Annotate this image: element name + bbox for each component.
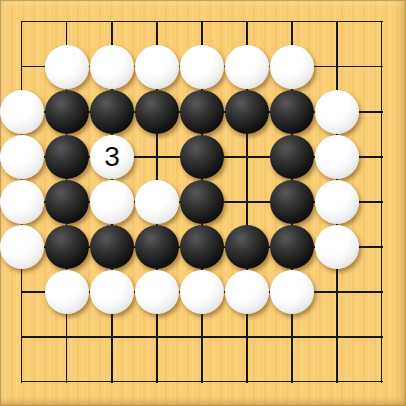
board-cell[interactable] [90, 225, 135, 270]
board-cell[interactable] [0, 225, 45, 270]
board-cell[interactable] [315, 45, 360, 90]
board-cell[interactable] [90, 360, 135, 405]
board-cell[interactable] [135, 90, 180, 135]
board-cell[interactable] [360, 225, 405, 270]
board-cell[interactable] [45, 270, 90, 315]
white-stone [45, 270, 89, 314]
black-stone [270, 180, 314, 224]
board-cell[interactable] [225, 45, 270, 90]
black-stone [45, 90, 89, 134]
board-cell[interactable] [45, 45, 90, 90]
board-cell[interactable] [90, 270, 135, 315]
board-cell[interactable] [45, 90, 90, 135]
board-cell[interactable] [270, 360, 315, 405]
board-cell[interactable] [180, 45, 225, 90]
board-cell[interactable] [90, 180, 135, 225]
board-cell[interactable] [315, 360, 360, 405]
board-cell[interactable] [45, 135, 90, 180]
board-cell[interactable] [0, 135, 45, 180]
board-cell[interactable] [270, 90, 315, 135]
white-stone [135, 270, 179, 314]
board-grid: 3 [0, 0, 405, 405]
board-cell[interactable] [360, 360, 405, 405]
board-cell[interactable] [315, 90, 360, 135]
board-cell[interactable] [135, 135, 180, 180]
black-stone [225, 90, 269, 134]
board-cell[interactable] [315, 270, 360, 315]
board-cell[interactable] [180, 0, 225, 45]
board-cell[interactable] [270, 180, 315, 225]
board-cell[interactable] [45, 315, 90, 360]
board-cell[interactable] [0, 180, 45, 225]
board-cell[interactable] [270, 0, 315, 45]
white-stone [0, 180, 44, 224]
move-number-label: 3 [104, 143, 120, 171]
board-cell[interactable] [0, 90, 45, 135]
black-stone [180, 225, 224, 269]
board-cell[interactable] [180, 135, 225, 180]
black-stone [135, 90, 179, 134]
white-stone: 3 [90, 135, 134, 179]
black-stone [135, 225, 179, 269]
board-cell[interactable] [360, 180, 405, 225]
black-stone [180, 135, 224, 179]
white-stone [0, 90, 44, 134]
board-cell[interactable] [45, 225, 90, 270]
board-cell[interactable] [0, 360, 45, 405]
white-stone [0, 135, 44, 179]
white-stone [315, 180, 359, 224]
board-cell[interactable] [45, 180, 90, 225]
board-cell[interactable] [180, 225, 225, 270]
board-cell[interactable] [360, 270, 405, 315]
black-stone [45, 135, 89, 179]
board-cell[interactable] [90, 90, 135, 135]
board-cell[interactable] [135, 180, 180, 225]
white-stone [90, 45, 134, 89]
board-cell[interactable] [270, 315, 315, 360]
board-cell[interactable] [225, 360, 270, 405]
board-cell[interactable] [315, 135, 360, 180]
white-stone [0, 225, 44, 269]
board-cell[interactable] [360, 315, 405, 360]
board-cell[interactable] [180, 270, 225, 315]
board-cell[interactable] [315, 315, 360, 360]
board-cell[interactable] [225, 225, 270, 270]
board-cell[interactable] [315, 225, 360, 270]
white-stone [315, 225, 359, 269]
white-stone [270, 45, 314, 89]
board-cell[interactable] [360, 90, 405, 135]
board-cell[interactable] [225, 135, 270, 180]
board-cell[interactable] [0, 45, 45, 90]
go-board: 3 [0, 0, 406, 406]
white-stone [90, 270, 134, 314]
board-cell[interactable] [135, 315, 180, 360]
white-stone [315, 90, 359, 134]
board-cell[interactable] [90, 45, 135, 90]
board-cell[interactable] [225, 90, 270, 135]
board-cell[interactable] [360, 135, 405, 180]
black-stone [90, 90, 134, 134]
black-stone [270, 90, 314, 134]
board-cell[interactable] [90, 0, 135, 45]
board-cell[interactable] [135, 225, 180, 270]
board-cell[interactable] [180, 90, 225, 135]
board-cell[interactable] [225, 270, 270, 315]
black-stone [90, 225, 134, 269]
board-cell[interactable] [360, 45, 405, 90]
board-cell[interactable] [225, 315, 270, 360]
board-cell[interactable] [270, 225, 315, 270]
black-stone [270, 225, 314, 269]
white-stone [180, 45, 224, 89]
board-cell[interactable] [135, 0, 180, 45]
board-cell[interactable] [270, 135, 315, 180]
board-cell[interactable] [135, 270, 180, 315]
white-stone [135, 45, 179, 89]
black-stone [45, 225, 89, 269]
board-cell[interactable] [225, 180, 270, 225]
white-stone [270, 270, 314, 314]
board-cell[interactable] [0, 270, 45, 315]
black-stone [180, 90, 224, 134]
white-stone [315, 135, 359, 179]
board-cell[interactable] [315, 180, 360, 225]
white-stone [225, 270, 269, 314]
board-cell[interactable] [45, 0, 90, 45]
black-stone [180, 180, 224, 224]
board-cell[interactable] [135, 45, 180, 90]
board-cell[interactable] [315, 0, 360, 45]
white-stone [90, 180, 134, 224]
white-stone [45, 45, 89, 89]
white-stone [135, 180, 179, 224]
board-cell[interactable] [45, 360, 90, 405]
board-cell[interactable] [360, 0, 405, 45]
board-cell[interactable] [270, 45, 315, 90]
black-stone [225, 225, 269, 269]
board-cell[interactable] [270, 270, 315, 315]
white-stone [225, 45, 269, 89]
black-stone [270, 135, 314, 179]
board-cell[interactable] [225, 0, 270, 45]
black-stone [45, 180, 89, 224]
board-cell[interactable] [0, 0, 45, 45]
board-cell[interactable]: 3 [90, 135, 135, 180]
board-cell[interactable] [180, 180, 225, 225]
board-cell[interactable] [135, 360, 180, 405]
board-cell[interactable] [0, 315, 45, 360]
board-cell[interactable] [90, 315, 135, 360]
white-stone [180, 270, 224, 314]
board-cell[interactable] [180, 360, 225, 405]
board-cell[interactable] [180, 315, 225, 360]
